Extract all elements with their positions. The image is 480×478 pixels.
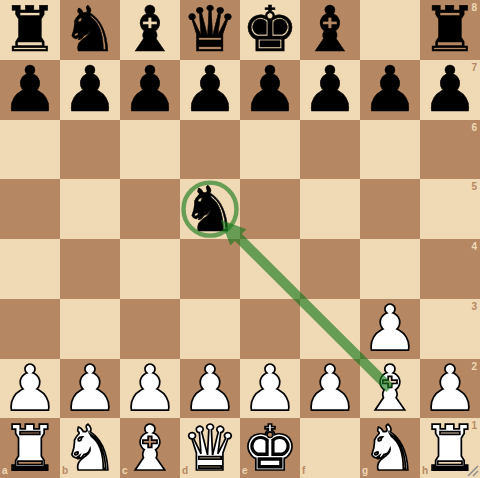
square-b5[interactable]: [60, 179, 120, 239]
piece-black-bishop[interactable]: ♝: [120, 0, 180, 60]
square-e3[interactable]: [240, 299, 300, 359]
square-g6[interactable]: [360, 120, 420, 180]
square-h4[interactable]: 4: [420, 239, 480, 299]
square-f6[interactable]: [300, 120, 360, 180]
piece-black-pawn[interactable]: ♟: [420, 60, 480, 120]
square-a1[interactable]: ♜a: [0, 418, 60, 478]
piece-white-pawn[interactable]: ♟: [420, 359, 480, 419]
square-g2[interactable]: ♝: [360, 359, 420, 419]
square-c3[interactable]: [120, 299, 180, 359]
square-e7[interactable]: ♟: [240, 60, 300, 120]
piece-black-knight[interactable]: ♞: [180, 179, 240, 239]
square-c5[interactable]: [120, 179, 180, 239]
square-b2[interactable]: ♟: [60, 359, 120, 419]
piece-black-pawn[interactable]: ♟: [60, 60, 120, 120]
piece-black-king[interactable]: ♚: [240, 0, 300, 60]
square-h8[interactable]: ♜8: [420, 0, 480, 60]
board-grid: ♜♞♝♛♚♝♜8♟♟♟♟♟♟♟♟76♞54♟3♟♟♟♟♟♟♝♟2♜a♞b♝c♛d…: [0, 0, 480, 478]
resize-handle-icon[interactable]: [466, 464, 480, 478]
square-d1[interactable]: ♛d: [180, 418, 240, 478]
square-h6[interactable]: 6: [420, 120, 480, 180]
square-f2[interactable]: ♟: [300, 359, 360, 419]
square-e4[interactable]: [240, 239, 300, 299]
square-d8[interactable]: ♛: [180, 0, 240, 60]
square-e8[interactable]: ♚: [240, 0, 300, 60]
piece-black-pawn[interactable]: ♟: [240, 60, 300, 120]
square-f5[interactable]: [300, 179, 360, 239]
square-d4[interactable]: [180, 239, 240, 299]
square-h5[interactable]: 5: [420, 179, 480, 239]
piece-white-pawn[interactable]: ♟: [60, 359, 120, 419]
square-b4[interactable]: [60, 239, 120, 299]
square-c4[interactable]: [120, 239, 180, 299]
square-b1[interactable]: ♞b: [60, 418, 120, 478]
square-d3[interactable]: [180, 299, 240, 359]
piece-black-pawn[interactable]: ♟: [360, 60, 420, 120]
square-a2[interactable]: ♟: [0, 359, 60, 419]
square-f1[interactable]: f: [300, 418, 360, 478]
piece-black-pawn[interactable]: ♟: [180, 60, 240, 120]
square-c7[interactable]: ♟: [120, 60, 180, 120]
square-c8[interactable]: ♝: [120, 0, 180, 60]
square-e6[interactable]: [240, 120, 300, 180]
piece-black-pawn[interactable]: ♟: [120, 60, 180, 120]
square-a4[interactable]: [0, 239, 60, 299]
square-c1[interactable]: ♝c: [120, 418, 180, 478]
piece-white-king[interactable]: ♚: [240, 418, 300, 478]
piece-white-bishop[interactable]: ♝: [360, 359, 420, 419]
piece-black-knight[interactable]: ♞: [60, 0, 120, 60]
piece-white-pawn[interactable]: ♟: [360, 299, 420, 359]
square-a3[interactable]: [0, 299, 60, 359]
square-g5[interactable]: [360, 179, 420, 239]
piece-white-queen[interactable]: ♛: [180, 418, 240, 478]
square-b7[interactable]: ♟: [60, 60, 120, 120]
coord-rank-5: 5: [471, 182, 477, 192]
coord-file-f: f: [302, 466, 305, 476]
square-g8[interactable]: [360, 0, 420, 60]
square-e2[interactable]: ♟: [240, 359, 300, 419]
piece-black-pawn[interactable]: ♟: [300, 60, 360, 120]
piece-black-rook[interactable]: ♜: [420, 0, 480, 60]
square-d7[interactable]: ♟: [180, 60, 240, 120]
chess-board: ♜♞♝♛♚♝♜8♟♟♟♟♟♟♟♟76♞54♟3♟♟♟♟♟♟♝♟2♜a♞b♝c♛d…: [0, 0, 480, 478]
piece-white-pawn[interactable]: ♟: [0, 359, 60, 419]
square-d2[interactable]: ♟: [180, 359, 240, 419]
square-g7[interactable]: ♟: [360, 60, 420, 120]
square-d6[interactable]: [180, 120, 240, 180]
square-b3[interactable]: [60, 299, 120, 359]
coord-rank-3: 3: [471, 302, 477, 312]
square-e5[interactable]: [240, 179, 300, 239]
square-a5[interactable]: [0, 179, 60, 239]
square-g3[interactable]: ♟: [360, 299, 420, 359]
piece-white-bishop[interactable]: ♝: [120, 418, 180, 478]
square-f8[interactable]: ♝: [300, 0, 360, 60]
square-a6[interactable]: [0, 120, 60, 180]
piece-black-rook[interactable]: ♜: [0, 0, 60, 60]
square-h3[interactable]: 3: [420, 299, 480, 359]
square-b8[interactable]: ♞: [60, 0, 120, 60]
square-f3[interactable]: [300, 299, 360, 359]
square-a7[interactable]: ♟: [0, 60, 60, 120]
piece-white-knight[interactable]: ♞: [360, 418, 420, 478]
square-e1[interactable]: ♚e: [240, 418, 300, 478]
piece-white-rook[interactable]: ♜: [0, 418, 60, 478]
square-f7[interactable]: ♟: [300, 60, 360, 120]
piece-white-pawn[interactable]: ♟: [240, 359, 300, 419]
square-f4[interactable]: [300, 239, 360, 299]
square-h7[interactable]: ♟7: [420, 60, 480, 120]
square-a8[interactable]: ♜: [0, 0, 60, 60]
coord-rank-4: 4: [471, 242, 477, 252]
square-b6[interactable]: [60, 120, 120, 180]
piece-black-pawn[interactable]: ♟: [0, 60, 60, 120]
square-g4[interactable]: [360, 239, 420, 299]
piece-white-pawn[interactable]: ♟: [120, 359, 180, 419]
square-d5[interactable]: ♞: [180, 179, 240, 239]
square-g1[interactable]: ♞g: [360, 418, 420, 478]
square-c2[interactable]: ♟: [120, 359, 180, 419]
square-c6[interactable]: [120, 120, 180, 180]
piece-white-pawn[interactable]: ♟: [300, 359, 360, 419]
piece-black-queen[interactable]: ♛: [180, 0, 240, 60]
piece-white-knight[interactable]: ♞: [60, 418, 120, 478]
square-h2[interactable]: ♟2: [420, 359, 480, 419]
piece-black-bishop[interactable]: ♝: [300, 0, 360, 60]
piece-white-pawn[interactable]: ♟: [180, 359, 240, 419]
